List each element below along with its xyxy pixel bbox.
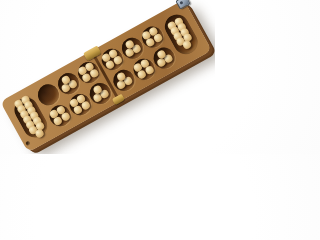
bead bbox=[182, 39, 193, 50]
bead bbox=[34, 128, 45, 139]
mancala-board bbox=[0, 0, 212, 152]
latch-clasp-icon bbox=[175, 0, 190, 10]
product-photo-scene bbox=[0, 0, 215, 154]
end-screw-icon bbox=[25, 141, 30, 146]
hinge-icon bbox=[83, 45, 101, 61]
